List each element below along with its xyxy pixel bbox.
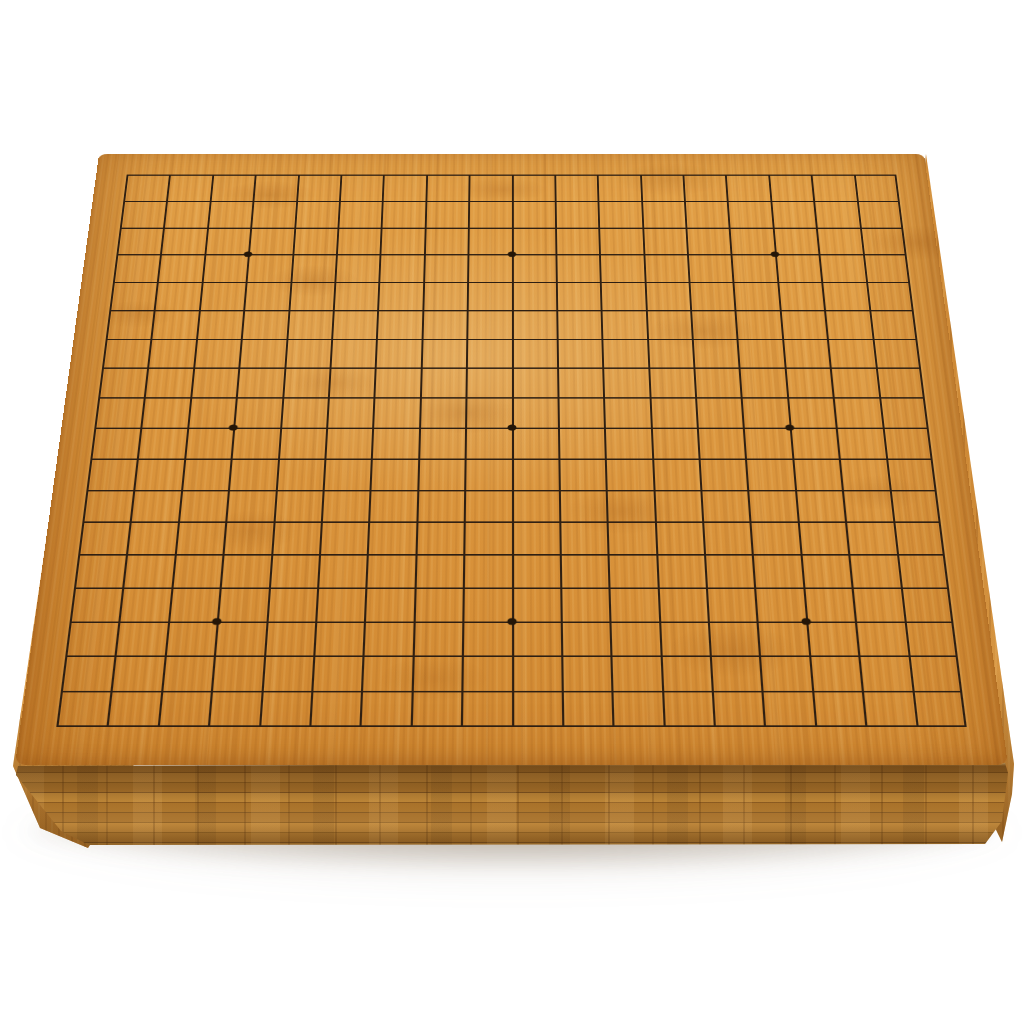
intersection-cell[interactable] [286,310,333,339]
intersection-cell[interactable] [780,310,828,339]
intersection-cell[interactable] [852,587,904,621]
intersection-cell[interactable] [333,282,379,310]
intersection-cell[interactable] [833,397,882,427]
intersection-cell[interactable] [160,227,207,254]
intersection-cell[interactable] [461,691,512,727]
intersection-cell[interactable] [699,458,748,489]
intersection-cell[interactable] [168,587,220,621]
intersection-cell[interactable] [466,368,512,398]
intersection-cell[interactable] [368,490,417,522]
intersection-cell[interactable] [656,554,706,587]
intersection-cell[interactable] [811,175,857,201]
intersection-cell[interactable] [893,522,945,555]
intersection-cell[interactable] [137,428,187,459]
intersection-cell[interactable] [693,368,741,398]
intersection-cell[interactable] [512,175,555,201]
intersection-cell[interactable] [708,621,760,656]
intersection-cell[interactable] [126,522,177,555]
intersection-cell[interactable] [839,458,889,489]
intersection-cell[interactable] [912,691,967,727]
intersection-cell[interactable] [904,621,957,656]
intersection-cell[interactable] [119,587,171,621]
intersection-cell[interactable] [806,621,859,656]
intersection-cell[interactable] [115,621,168,656]
intersection-cell[interactable] [872,339,921,368]
intersection-cell[interactable] [243,282,290,310]
intersection-cell[interactable] [463,522,511,555]
intersection-cell[interactable] [464,458,511,489]
intersection-cell[interactable] [750,522,800,555]
intersection-cell[interactable] [412,621,462,656]
intersection-cell[interactable] [863,254,910,282]
intersection-cell[interactable] [655,522,705,555]
intersection-cell[interactable] [421,339,467,368]
intersection-cell[interactable] [557,397,604,427]
intersection-cell[interactable] [379,254,424,282]
intersection-cell[interactable] [233,397,281,427]
intersection-cell[interactable] [74,554,126,587]
intersection-cell[interactable] [512,339,557,368]
intersection-cell[interactable] [512,490,560,522]
intersection-cell[interactable] [842,490,893,522]
intersection-cell[interactable] [558,428,605,459]
intersection-cell[interactable] [421,310,466,339]
intersection-cell[interactable] [410,691,461,727]
intersection-cell[interactable] [463,554,512,587]
intersection-cell[interactable] [727,201,772,228]
intersection-cell[interactable] [706,587,757,621]
intersection-cell[interactable] [416,490,464,522]
intersection-cell[interactable] [204,227,250,254]
intersection-cell[interactable] [117,227,164,254]
intersection-cell[interactable] [597,175,641,201]
intersection-cell[interactable] [275,458,324,489]
intersection-cell[interactable] [512,691,563,727]
intersection-cell[interactable] [465,397,511,427]
intersection-cell[interactable] [512,310,557,339]
intersection-cell[interactable] [210,175,255,201]
intersection-cell[interactable] [821,282,868,310]
intersection-cell[interactable] [420,368,466,398]
intersection-cell[interactable] [816,227,863,254]
intersection-cell[interactable] [264,621,316,656]
intersection-cell[interactable] [361,656,412,691]
intersection-cell[interactable] [729,227,775,254]
intersection-cell[interactable] [148,339,196,368]
intersection-cell[interactable] [607,522,656,555]
intersection-cell[interactable] [181,458,231,489]
intersection-cell[interactable] [643,254,688,282]
intersection-cell[interactable] [271,522,321,555]
intersection-cell[interactable] [512,458,559,489]
intersection-cell[interactable] [512,397,558,427]
intersection-cell[interactable] [866,282,914,310]
intersection-cell[interactable] [208,691,261,727]
intersection-cell[interactable] [144,368,193,398]
intersection-cell[interactable] [466,310,511,339]
intersection-cell[interactable] [651,428,699,459]
intersection-cell[interactable] [178,490,228,522]
intersection-cell[interactable] [414,554,463,587]
intersection-cell[interactable] [889,490,940,522]
intersection-cell[interactable] [704,554,754,587]
intersection-cell[interactable] [321,490,370,522]
intersection-cell[interactable] [324,428,372,459]
intersection-cell[interactable] [712,691,765,727]
intersection-cell[interactable] [653,490,702,522]
intersection-cell[interactable] [259,691,312,727]
intersection-cell[interactable] [836,428,886,459]
intersection-cell[interactable] [309,691,361,727]
intersection-cell[interactable] [683,175,728,201]
intersection-cell[interactable] [855,621,908,656]
intersection-cell[interactable] [87,458,138,489]
intersection-cell[interactable] [465,428,512,459]
intersection-cell[interactable] [253,175,298,201]
intersection-cell[interactable] [854,175,900,201]
intersection-cell[interactable] [512,656,562,691]
intersection-cell[interactable] [328,368,375,398]
intersection-cell[interactable] [98,368,147,398]
intersection-cell[interactable] [859,656,913,691]
intersection-cell[interactable] [217,587,268,621]
intersection-cell[interactable] [462,587,511,621]
intersection-cell[interactable] [65,621,118,656]
intersection-cell[interactable] [468,201,512,228]
intersection-cell[interactable] [330,339,377,368]
intersection-cell[interactable] [652,458,701,489]
intersection-cell[interactable] [900,587,953,621]
intersection-cell[interactable] [830,368,879,398]
intersection-cell[interactable] [562,691,613,727]
intersection-cell[interactable] [770,201,816,228]
intersection-cell[interactable] [246,254,292,282]
intersection-cell[interactable] [374,368,421,398]
intersection-cell[interactable] [649,397,697,427]
intersection-cell[interactable] [557,368,603,398]
intersection-cell[interactable] [231,428,280,459]
intersection-cell[interactable] [282,368,330,398]
intersection-cell[interactable] [609,587,659,621]
intersection-cell[interactable] [111,656,165,691]
intersection-cell[interactable] [154,282,201,310]
intersection-cell[interactable] [741,397,789,427]
intersection-cell[interactable] [425,175,468,201]
intersection-cell[interactable] [78,522,130,555]
intersection-cell[interactable] [164,621,217,656]
intersection-cell[interactable] [598,201,642,228]
intersection-cell[interactable] [660,656,712,691]
intersection-cell[interactable] [684,201,729,228]
intersection-cell[interactable] [223,522,273,555]
playing-grid[interactable] [56,175,966,727]
intersection-cell[interactable] [612,691,664,727]
intersection-cell[interactable] [640,175,684,201]
intersection-cell[interactable] [775,254,822,282]
intersection-cell[interactable] [512,282,557,310]
intersection-cell[interactable] [239,339,287,368]
intersection-cell[interactable] [220,554,271,587]
intersection-cell[interactable] [113,254,160,282]
intersection-cell[interactable] [171,554,222,587]
intersection-cell[interactable] [512,227,556,254]
intersection-cell[interactable] [556,282,601,310]
intersection-cell[interactable] [800,554,851,587]
intersection-cell[interactable] [175,522,226,555]
intersection-cell[interactable] [228,458,277,489]
intersection-cell[interactable] [377,282,422,310]
intersection-cell[interactable] [370,458,418,489]
intersection-cell[interactable] [512,522,560,555]
intersection-cell[interactable] [790,428,839,459]
intersection-cell[interactable] [292,227,337,254]
intersection-cell[interactable] [644,282,690,310]
intersection-cell[interactable] [211,656,264,691]
intersection-cell[interactable] [860,227,907,254]
intersection-cell[interactable] [423,254,468,282]
intersection-cell[interactable] [773,227,819,254]
intersection-cell[interactable] [415,522,464,555]
intersection-cell[interactable] [556,310,601,339]
intersection-cell[interactable] [464,490,512,522]
intersection-cell[interactable] [422,282,467,310]
intersection-cell[interactable] [782,339,830,368]
intersection-cell[interactable] [886,458,937,489]
intersection-cell[interactable] [647,339,694,368]
intersection-cell[interactable] [512,368,558,398]
intersection-cell[interactable] [777,282,824,310]
intersection-cell[interactable] [382,175,426,201]
intersection-cell[interactable] [82,490,133,522]
intersection-cell[interactable] [731,254,777,282]
intersection-cell[interactable] [363,621,414,656]
intersection-cell[interactable] [468,175,511,201]
intersection-cell[interactable] [102,339,151,368]
intersection-cell[interactable] [193,339,241,368]
intersection-cell[interactable] [561,621,611,656]
intersection-cell[interactable] [91,428,141,459]
intersection-cell[interactable] [690,310,737,339]
intersection-cell[interactable] [686,227,731,254]
intersection-cell[interactable] [560,554,609,587]
intersection-cell[interactable] [559,490,607,522]
intersection-cell[interactable] [601,310,647,339]
intersection-cell[interactable] [739,368,787,398]
intersection-cell[interactable] [311,656,363,691]
intersection-cell[interactable] [468,227,512,254]
intersection-cell[interactable] [657,587,708,621]
intersection-cell[interactable] [659,621,710,656]
intersection-cell[interactable] [602,368,649,398]
intersection-cell[interactable] [467,282,512,310]
intersection-cell[interactable] [130,490,181,522]
intersection-cell[interactable] [273,490,322,522]
intersection-cell[interactable] [697,428,746,459]
intersection-cell[interactable] [157,254,204,282]
intersection-cell[interactable] [296,175,341,201]
intersection-cell[interactable] [787,397,836,427]
intersection-cell[interactable] [70,587,123,621]
intersection-cell[interactable] [737,339,785,368]
intersection-cell[interactable] [199,282,246,310]
intersection-cell[interactable] [123,554,175,587]
intersection-cell[interactable] [288,282,334,310]
intersection-cell[interactable] [371,428,419,459]
intersection-cell[interactable] [908,656,962,691]
intersection-cell[interactable] [418,428,465,459]
intersection-cell[interactable] [248,227,294,254]
intersection-cell[interactable] [106,310,154,339]
intersection-cell[interactable] [875,368,924,398]
intersection-cell[interactable] [700,490,749,522]
intersection-cell[interactable] [725,175,770,201]
intersection-cell[interactable] [360,691,412,727]
intersection-cell[interactable] [196,310,244,339]
intersection-cell[interactable] [710,656,762,691]
intersection-cell[interactable] [598,227,643,254]
intersection-cell[interactable] [812,691,866,727]
intersection-cell[interactable] [467,254,511,282]
intersection-cell[interactable] [367,522,416,555]
intersection-cell[interactable] [882,428,932,459]
intersection-cell[interactable] [323,458,372,489]
intersection-cell[interactable] [608,554,658,587]
intersection-cell[interactable] [225,490,275,522]
intersection-cell[interactable] [331,310,377,339]
intersection-cell[interactable] [897,554,949,587]
intersection-cell[interactable] [337,201,382,228]
intersection-cell[interactable] [123,175,169,201]
intersection-cell[interactable] [555,227,599,254]
intersection-cell[interactable] [214,621,266,656]
intersection-cell[interactable] [610,621,661,656]
intersection-cell[interactable] [56,691,111,727]
intersection-cell[interactable] [375,339,421,368]
intersection-cell[interactable] [163,201,209,228]
intersection-cell[interactable] [792,458,842,489]
intersection-cell[interactable] [604,428,652,459]
intersection-cell[interactable] [599,254,644,282]
intersection-cell[interactable] [869,310,917,339]
intersection-cell[interactable] [61,656,115,691]
intersection-cell[interactable] [798,522,849,555]
intersection-cell[interactable] [512,587,561,621]
intersection-cell[interactable] [284,339,331,368]
intersection-cell[interactable] [642,227,687,254]
intersection-cell[interactable] [184,428,233,459]
intersection-cell[interactable] [339,175,383,201]
intersection-cell[interactable] [190,368,238,398]
intersection-cell[interactable] [315,587,366,621]
intersection-cell[interactable] [561,656,612,691]
intersection-cell[interactable] [757,621,809,656]
intersection-cell[interactable] [134,458,184,489]
intersection-cell[interactable] [759,656,812,691]
intersection-cell[interactable] [366,554,416,587]
intersection-cell[interactable] [381,201,425,228]
intersection-cell[interactable] [662,691,714,727]
intersection-cell[interactable] [687,254,733,282]
intersection-cell[interactable] [151,310,199,339]
intersection-cell[interactable] [819,254,866,282]
intersection-cell[interactable] [611,656,662,691]
intersection-cell[interactable] [290,254,336,282]
intersection-cell[interactable] [827,339,875,368]
intersection-cell[interactable] [317,554,367,587]
intersection-cell[interactable] [268,554,318,587]
intersection-cell[interactable] [161,656,214,691]
intersection-cell[interactable] [692,339,739,368]
intersection-cell[interactable] [380,227,425,254]
intersection-cell[interactable] [512,428,559,459]
intersection-cell[interactable] [512,254,556,282]
intersection-cell[interactable] [461,656,511,691]
intersection-cell[interactable] [280,397,328,427]
intersection-cell[interactable] [554,175,597,201]
intersection-cell[interactable] [762,691,815,727]
intersection-cell[interactable] [603,397,650,427]
intersection-cell[interactable] [120,201,167,228]
intersection-cell[interactable] [733,282,780,310]
intersection-cell[interactable] [879,397,929,427]
intersection-cell[interactable] [743,428,792,459]
intersection-cell[interactable] [803,587,855,621]
intersection-cell[interactable] [107,691,161,727]
intersection-cell[interactable] [809,656,862,691]
intersection-cell[interactable] [376,310,422,339]
intersection-cell[interactable] [558,458,606,489]
intersection-cell[interactable] [336,227,381,254]
intersection-cell[interactable] [319,522,369,555]
intersection-cell[interactable] [166,175,212,201]
intersection-cell[interactable] [417,458,465,489]
intersection-cell[interactable] [646,310,692,339]
intersection-cell[interactable] [702,522,752,555]
intersection-cell[interactable] [641,201,686,228]
intersection-cell[interactable] [466,339,511,368]
intersection-cell[interactable] [559,522,608,555]
intersection-cell[interactable] [236,368,284,398]
intersection-cell[interactable] [261,656,313,691]
intersection-cell[interactable] [141,397,190,427]
intersection-cell[interactable] [326,397,374,427]
intersection-cell[interactable] [424,227,468,254]
intersection-cell[interactable] [278,428,327,459]
intersection-cell[interactable] [848,554,900,587]
intersection-cell[interactable] [602,339,648,368]
intersection-cell[interactable] [313,621,364,656]
intersection-cell[interactable] [294,201,339,228]
intersection-cell[interactable] [795,490,845,522]
intersection-cell[interactable] [560,587,610,621]
intersection-cell[interactable] [266,587,317,621]
intersection-cell[interactable] [241,310,288,339]
intersection-cell[interactable] [512,201,555,228]
intersection-cell[interactable] [600,282,645,310]
intersection-cell[interactable] [94,397,144,427]
intersection-cell[interactable] [605,458,653,489]
intersection-cell[interactable] [512,621,562,656]
intersection-cell[interactable] [411,656,462,691]
intersection-cell[interactable] [557,339,603,368]
intersection-cell[interactable] [862,691,916,727]
intersection-cell[interactable] [784,368,832,398]
intersection-cell[interactable] [748,490,798,522]
intersection-cell[interactable] [845,522,896,555]
intersection-cell[interactable] [424,201,468,228]
intersection-cell[interactable] [648,368,695,398]
intersection-cell[interactable] [555,201,599,228]
